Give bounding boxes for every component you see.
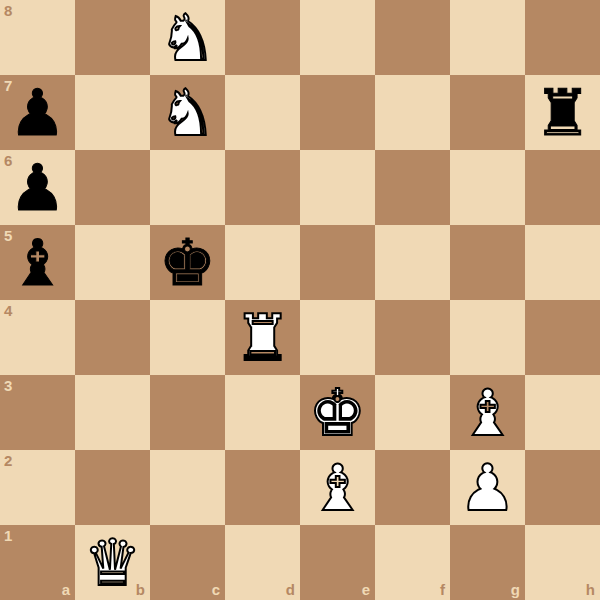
square-d7[interactable] (225, 75, 300, 150)
square-e3[interactable]: ♚ (300, 375, 375, 450)
square-c5[interactable]: ♚ (150, 225, 225, 300)
white-knight[interactable]: ♞ (159, 6, 216, 70)
square-g2[interactable]: ♟ (450, 450, 525, 525)
rank-label-3: 3 (4, 378, 12, 393)
square-e7[interactable] (300, 75, 375, 150)
black-pawn[interactable]: ♟ (9, 156, 66, 220)
square-a2[interactable]: 2 (0, 450, 75, 525)
file-label-f: f (440, 582, 445, 597)
square-e8[interactable] (300, 0, 375, 75)
square-b8[interactable] (75, 0, 150, 75)
square-g1[interactable]: g (450, 525, 525, 600)
square-g3[interactable]: ♝ (450, 375, 525, 450)
square-c7[interactable]: ♞ (150, 75, 225, 150)
square-e6[interactable] (300, 150, 375, 225)
black-king[interactable]: ♚ (159, 231, 216, 295)
square-a8[interactable]: 8 (0, 0, 75, 75)
rank-label-8: 8 (4, 3, 12, 18)
rank-label-4: 4 (4, 303, 12, 318)
black-pawn[interactable]: ♟ (9, 81, 66, 145)
file-label-d: d (286, 582, 295, 597)
square-b2[interactable] (75, 450, 150, 525)
square-d4[interactable]: ♜ (225, 300, 300, 375)
square-d8[interactable] (225, 0, 300, 75)
square-h7[interactable]: ♜ (525, 75, 600, 150)
square-f8[interactable] (375, 0, 450, 75)
square-g7[interactable] (450, 75, 525, 150)
square-f4[interactable] (375, 300, 450, 375)
square-b4[interactable] (75, 300, 150, 375)
square-g4[interactable] (450, 300, 525, 375)
square-a4[interactable]: 4 (0, 300, 75, 375)
file-label-e: e (362, 582, 370, 597)
white-queen[interactable]: ♛ (84, 531, 141, 595)
white-king[interactable]: ♚ (309, 381, 366, 445)
square-c4[interactable] (150, 300, 225, 375)
file-label-a: a (62, 582, 70, 597)
square-f2[interactable] (375, 450, 450, 525)
square-e4[interactable] (300, 300, 375, 375)
square-f5[interactable] (375, 225, 450, 300)
white-bishop[interactable]: ♝ (459, 381, 516, 445)
square-g5[interactable] (450, 225, 525, 300)
square-c2[interactable] (150, 450, 225, 525)
square-c1[interactable]: c (150, 525, 225, 600)
square-h3[interactable] (525, 375, 600, 450)
black-rook[interactable]: ♜ (534, 81, 591, 145)
square-h2[interactable] (525, 450, 600, 525)
square-a3[interactable]: 3 (0, 375, 75, 450)
square-h6[interactable] (525, 150, 600, 225)
square-f3[interactable] (375, 375, 450, 450)
white-rook[interactable]: ♜ (234, 306, 291, 370)
square-b5[interactable] (75, 225, 150, 300)
square-g8[interactable] (450, 0, 525, 75)
square-d5[interactable] (225, 225, 300, 300)
chess-board: 8♞7♟♞♜6♟5♝♚4♜3♚♝2♝♟1ab♛cdefgh (0, 0, 600, 600)
square-h5[interactable] (525, 225, 600, 300)
square-a6[interactable]: 6♟ (0, 150, 75, 225)
square-b6[interactable] (75, 150, 150, 225)
square-g6[interactable] (450, 150, 525, 225)
square-a5[interactable]: 5♝ (0, 225, 75, 300)
square-b3[interactable] (75, 375, 150, 450)
file-label-g: g (511, 582, 520, 597)
square-c8[interactable]: ♞ (150, 0, 225, 75)
square-f1[interactable]: f (375, 525, 450, 600)
square-h8[interactable] (525, 0, 600, 75)
square-c3[interactable] (150, 375, 225, 450)
square-e1[interactable]: e (300, 525, 375, 600)
white-knight[interactable]: ♞ (159, 81, 216, 145)
square-b7[interactable] (75, 75, 150, 150)
square-c6[interactable] (150, 150, 225, 225)
square-e2[interactable]: ♝ (300, 450, 375, 525)
square-f7[interactable] (375, 75, 450, 150)
square-a1[interactable]: 1a (0, 525, 75, 600)
square-d1[interactable]: d (225, 525, 300, 600)
file-label-c: c (212, 582, 220, 597)
black-bishop[interactable]: ♝ (9, 231, 66, 295)
square-e5[interactable] (300, 225, 375, 300)
rank-label-1: 1 (4, 528, 12, 543)
white-pawn[interactable]: ♟ (459, 456, 516, 520)
square-a7[interactable]: 7♟ (0, 75, 75, 150)
white-bishop[interactable]: ♝ (309, 456, 366, 520)
rank-label-2: 2 (4, 453, 12, 468)
square-d2[interactable] (225, 450, 300, 525)
square-f6[interactable] (375, 150, 450, 225)
square-h4[interactable] (525, 300, 600, 375)
square-b1[interactable]: b♛ (75, 525, 150, 600)
square-h1[interactable]: h (525, 525, 600, 600)
square-d3[interactable] (225, 375, 300, 450)
file-label-h: h (586, 582, 595, 597)
square-d6[interactable] (225, 150, 300, 225)
